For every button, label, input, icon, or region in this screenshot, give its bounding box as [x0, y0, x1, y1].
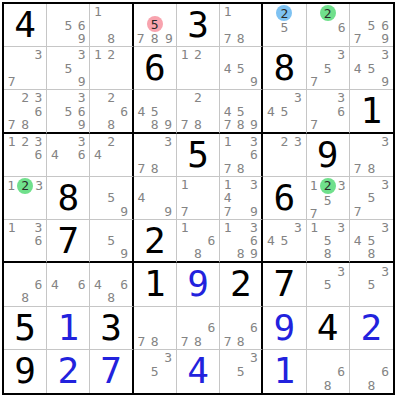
given-digit: 7: [263, 263, 305, 305]
candidate-9: 9: [163, 32, 175, 45]
cell-r7c2[interactable]: 46: [47, 263, 90, 306]
entered-digit: 2: [47, 350, 89, 393]
entered-digit: 1: [47, 307, 89, 349]
candidate-8: 8: [321, 378, 334, 392]
entered-digit: 9: [177, 263, 219, 305]
cell-r3c9[interactable]: 1: [350, 90, 393, 133]
candidate-grid: 136: [5, 221, 45, 260]
candidate-3: 3: [334, 91, 347, 104]
candidate-6: 6: [32, 105, 45, 118]
given-digit: 6: [263, 177, 305, 219]
entered-digit: 2: [350, 307, 393, 349]
cell-r2c7[interactable]: 8: [263, 47, 306, 90]
candidate-grid: 5679: [351, 5, 392, 45]
candidate-5: 5: [148, 105, 161, 118]
candidate-2: 2: [320, 5, 336, 21]
candidate-7: 7: [178, 334, 191, 347]
candidate-8: 8: [234, 32, 247, 45]
candidate-grid: 59: [91, 178, 130, 218]
candidate-4: 4: [264, 234, 277, 247]
candidate-grid: 24: [91, 135, 130, 175]
candidate-3: 3: [378, 48, 392, 61]
candidate-5: 5: [105, 234, 118, 247]
given-digit: 5: [4, 307, 46, 349]
candidate-6: 6: [247, 321, 260, 334]
highlighted-candidate-2: 2: [276, 5, 292, 21]
candidate-3: 3: [75, 48, 88, 61]
candidate-3: 3: [32, 91, 45, 104]
candidate-8: 8: [148, 161, 161, 174]
candidate-6: 6: [32, 234, 45, 247]
given-digit: 1: [350, 90, 393, 131]
candidate-1: 1: [308, 178, 320, 194]
candidate-9: 9: [378, 32, 392, 45]
candidate-grid: 1358: [308, 221, 348, 260]
candidate-9: 9: [118, 247, 131, 260]
candidate-grid: 168: [178, 221, 218, 260]
candidate-grid: 123: [5, 178, 45, 218]
candidate-7: 7: [5, 75, 18, 88]
candidate-2: 2: [276, 5, 292, 21]
cell-r7c8[interactable]: 35: [307, 263, 350, 306]
cell-r4c1[interactable]: 1236: [4, 134, 47, 177]
cell-r2c1[interactable]: 37: [4, 47, 47, 90]
candidate-7: 7: [135, 161, 148, 174]
candidate-7: 7: [308, 75, 321, 88]
highlighted-candidate-2: 2: [320, 178, 336, 194]
candidate-7: 7: [135, 32, 147, 45]
candidate-4: 4: [221, 62, 234, 75]
cell-r5c5[interactable]: 17: [177, 177, 220, 220]
cell-r5c7[interactable]: 6: [263, 177, 306, 220]
given-digit: 6: [134, 47, 176, 89]
candidate-1: 1: [221, 221, 234, 234]
given-digit: 4: [307, 307, 349, 349]
candidate-2: 2: [278, 135, 291, 148]
given-digit: 9: [4, 350, 46, 393]
cell-r5c3[interactable]: 59: [90, 177, 133, 220]
cell-r1c2[interactable]: 569: [47, 4, 90, 47]
candidate-9: 9: [247, 75, 260, 88]
candidate-grid: 1236: [5, 135, 45, 175]
candidate-grid: 13678: [221, 135, 260, 175]
candidate-5: 5: [276, 21, 292, 34]
candidate-9: 9: [118, 205, 131, 218]
candidate-7: 7: [178, 205, 191, 218]
candidate-5: 5: [234, 365, 247, 379]
candidate-3: 3: [378, 264, 392, 277]
candidate-grid: 45789: [221, 91, 260, 130]
cell-r9c7[interactable]: 1: [263, 350, 306, 393]
candidate-6: 6: [247, 234, 260, 247]
candidate-8: 8: [105, 32, 118, 45]
candidate-8: 8: [365, 247, 379, 260]
cell-r6c9[interactable]: 3458: [350, 220, 393, 263]
candidate-grid: 378: [135, 135, 175, 175]
cell-r4c5[interactable]: 5: [177, 134, 220, 177]
candidate-5: 5: [62, 105, 75, 118]
candidate-7: 7: [221, 205, 234, 218]
cell-r6c4[interactable]: 2: [134, 220, 177, 263]
candidate-2: 2: [105, 91, 118, 104]
given-digit: 8: [263, 47, 305, 89]
candidate-3: 3: [32, 48, 45, 61]
cell-r2c5[interactable]: 12: [177, 47, 220, 90]
candidate-6: 6: [75, 148, 88, 161]
entered-digit: 7: [90, 350, 131, 393]
cell-r8c5[interactable]: 678: [177, 307, 220, 350]
candidate-grid: 678: [221, 308, 260, 348]
candidate-grid: 35: [221, 351, 260, 392]
given-digit: 9: [307, 134, 349, 176]
candidate-6: 6: [334, 365, 347, 379]
candidate-3: 3: [32, 221, 45, 234]
cell-r3c1[interactable]: 23678: [4, 90, 47, 133]
highlighted-candidate-2: 2: [17, 178, 33, 194]
candidate-2: 2: [191, 48, 204, 61]
cell-r9c9[interactable]: 68: [350, 350, 393, 393]
cell-r4c9[interactable]: 378: [350, 134, 393, 177]
candidate-grid: 35: [135, 351, 175, 392]
candidate-1: 1: [5, 221, 18, 234]
candidate-4: 4: [351, 62, 365, 75]
candidate-3: 3: [75, 135, 88, 148]
candidate-5: 5: [62, 18, 75, 31]
candidate-grid: 3569: [48, 91, 88, 130]
candidate-8: 8: [147, 32, 163, 45]
candidate-3: 3: [334, 48, 347, 61]
candidate-grid: 13479: [221, 178, 260, 218]
cell-r5c4[interactable]: 49: [134, 177, 177, 220]
candidate-2: 2: [105, 48, 118, 61]
cell-r3c2[interactable]: 3569: [47, 90, 90, 133]
candidate-grid: 23678: [5, 91, 45, 130]
candidate-3: 3: [334, 264, 347, 277]
cell-r8c1[interactable]: 5: [4, 307, 47, 350]
cell-r5c9[interactable]: 357: [350, 177, 393, 220]
candidate-6: 6: [118, 105, 131, 118]
candidate-5: 5: [365, 191, 379, 204]
candidate-1: 1: [308, 221, 321, 234]
cell-r1c6[interactable]: 178: [220, 4, 263, 47]
candidate-5: 5: [321, 62, 334, 75]
candidate-8: 8: [191, 247, 204, 260]
candidate-3: 3: [32, 135, 45, 148]
candidate-4: 4: [135, 105, 148, 118]
candidate-8: 8: [105, 118, 118, 131]
cell-r9c1[interactable]: 9: [4, 350, 47, 393]
candidate-9: 9: [161, 205, 174, 218]
cell-r9c3[interactable]: 7: [90, 350, 133, 393]
candidate-6: 6: [75, 278, 88, 291]
candidate-4: 4: [221, 191, 234, 204]
candidate-9: 9: [378, 75, 392, 88]
cell-r3c7[interactable]: 345: [263, 90, 306, 133]
candidate-4: 4: [264, 105, 277, 118]
cell-r6c3[interactable]: 59: [90, 220, 133, 263]
candidate-1: 1: [5, 135, 18, 148]
cell-r5c8[interactable]: 12357: [307, 177, 350, 220]
candidate-3: 3: [378, 178, 392, 191]
cell-r1c4[interactable]: 5789: [134, 4, 177, 47]
candidate-5: 5: [278, 105, 291, 118]
candidate-grid: 68: [351, 351, 392, 392]
candidate-5: 5: [234, 105, 247, 118]
candidate-grid: 35: [351, 264, 392, 304]
candidate-grid: 3459: [351, 48, 392, 88]
candidate-8: 8: [148, 118, 161, 131]
candidate-grid: 4589: [135, 91, 175, 130]
candidate-7: 7: [351, 32, 365, 45]
cell-r1c3[interactable]: 18: [90, 4, 133, 47]
cell-r4c7[interactable]: 23: [263, 134, 306, 177]
cell-r9c4[interactable]: 35: [134, 350, 177, 393]
candidate-1: 1: [91, 5, 104, 18]
candidate-8: 8: [234, 118, 247, 131]
candidate-8: 8: [18, 291, 31, 304]
candidate-7: 7: [178, 118, 191, 131]
candidate-3: 3: [33, 178, 45, 194]
candidate-6: 6: [247, 148, 260, 161]
cell-r3c8[interactable]: 367: [307, 90, 350, 133]
candidate-8: 8: [148, 334, 161, 347]
candidate-4: 4: [48, 148, 61, 161]
candidate-1: 1: [221, 135, 234, 148]
given-digit: 3: [177, 4, 219, 46]
candidate-6: 6: [378, 18, 392, 31]
cell-r6c7[interactable]: 345: [263, 220, 306, 263]
cell-r3c4[interactable]: 4589: [134, 90, 177, 133]
candidate-6: 6: [75, 18, 88, 31]
given-digit: 2: [134, 220, 176, 261]
cell-r8c9[interactable]: 2: [350, 307, 393, 350]
candidate-5: 5: [278, 234, 291, 247]
candidate-grid: 68: [5, 264, 45, 304]
candidate-4: 4: [48, 278, 61, 291]
candidate-8: 8: [234, 161, 247, 174]
highlighted-candidate-2: 2: [320, 5, 336, 21]
candidate-grid: 37: [5, 48, 45, 88]
candidate-6: 6: [334, 105, 347, 118]
candidate-3: 3: [161, 135, 174, 148]
cell-r4c3[interactable]: 24: [90, 134, 133, 177]
candidate-7: 7: [221, 161, 234, 174]
candidate-4: 4: [221, 105, 234, 118]
candidate-grid: 26: [308, 5, 348, 45]
cell-r8c2[interactable]: 1: [47, 307, 90, 350]
candidate-grid: 278: [178, 91, 218, 130]
candidate-grid: 18: [91, 5, 130, 45]
cell-r9c2[interactable]: 2: [47, 350, 90, 393]
cell-r7c3[interactable]: 468: [90, 263, 133, 306]
candidate-grid: 35: [308, 264, 348, 304]
candidate-1: 1: [178, 48, 191, 61]
candidate-5: 5: [365, 18, 379, 31]
cell-r5c6[interactable]: 13479: [220, 177, 263, 220]
candidate-grid: 359: [48, 48, 88, 88]
candidate-5: 5: [365, 278, 379, 291]
cell-r8c7[interactable]: 9: [263, 307, 306, 350]
candidate-grid: 3458: [351, 221, 392, 260]
candidate-4: 4: [91, 278, 104, 291]
candidate-8: 8: [321, 247, 334, 260]
cell-r6c2[interactable]: 7: [47, 220, 90, 263]
candidate-grid: 378: [351, 135, 392, 175]
candidate-grid: 678: [178, 308, 218, 348]
cell-r2c2[interactable]: 359: [47, 47, 90, 90]
candidate-7: 7: [351, 205, 365, 218]
entered-digit: 4: [177, 350, 219, 393]
candidate-7: 7: [135, 334, 148, 347]
candidate-3: 3: [247, 221, 260, 234]
sudoku-board: 4569185789317825265679373591261245983573…: [2, 2, 395, 395]
cell-r7c9[interactable]: 35: [350, 263, 393, 306]
candidate-9: 9: [161, 118, 174, 131]
cell-r1c8[interactable]: 26: [307, 4, 350, 47]
cell-r9c5[interactable]: 4: [177, 350, 220, 393]
candidate-grid: 367: [308, 91, 348, 130]
candidate-grid: 346: [48, 135, 88, 175]
candidate-5: 5: [147, 16, 163, 32]
candidate-2: 2: [18, 135, 31, 148]
cell-r2c6[interactable]: 459: [220, 47, 263, 90]
cell-r4c6[interactable]: 13678: [220, 134, 263, 177]
cell-r1c5[interactable]: 3: [177, 4, 220, 47]
candidate-grid: 59: [91, 221, 130, 260]
cell-r1c7[interactable]: 25: [263, 4, 306, 47]
cell-r8c6[interactable]: 678: [220, 307, 263, 350]
candidate-5: 5: [105, 191, 118, 204]
candidate-4: 4: [135, 191, 148, 204]
candidate-9: 9: [247, 247, 260, 260]
entered-digit: 9: [263, 307, 305, 349]
candidate-grid: 12: [91, 48, 130, 88]
cell-r2c9[interactable]: 3459: [350, 47, 393, 90]
cell-r5c2[interactable]: 8: [47, 177, 90, 220]
candidate-3: 3: [247, 351, 260, 365]
candidate-2: 2: [18, 91, 31, 104]
cell-r6c1[interactable]: 136: [4, 220, 47, 263]
cell-r5c1[interactable]: 123: [4, 177, 47, 220]
candidate-5: 5: [148, 365, 161, 379]
cell-r6c6[interactable]: 13689: [220, 220, 263, 263]
candidate-3: 3: [247, 178, 260, 191]
candidate-6: 6: [118, 278, 131, 291]
candidate-4: 4: [351, 234, 365, 247]
candidate-grid: 17: [178, 178, 218, 218]
cell-r4c8[interactable]: 9: [307, 134, 350, 177]
candidate-2: 2: [320, 178, 336, 194]
cell-r9c8[interactable]: 68: [307, 350, 350, 393]
given-digit: 7: [47, 220, 89, 261]
candidate-1: 1: [221, 5, 234, 18]
candidate-grid: 68: [308, 351, 348, 392]
cell-r8c8[interactable]: 4: [307, 307, 350, 350]
candidate-1: 1: [5, 178, 17, 194]
candidate-6: 6: [32, 278, 45, 291]
cell-r7c5[interactable]: 9: [177, 263, 220, 306]
cell-r8c4[interactable]: 78: [134, 307, 177, 350]
candidate-8: 8: [365, 378, 379, 392]
cell-r6c8[interactable]: 1358: [307, 220, 350, 263]
candidate-6: 6: [336, 21, 348, 34]
cell-r7c7[interactable]: 7: [263, 263, 306, 306]
candidate-8: 8: [365, 161, 379, 174]
candidate-8: 8: [18, 118, 31, 131]
cell-r3c6[interactable]: 45789: [220, 90, 263, 133]
candidate-7: 7: [308, 118, 321, 131]
cell-r2c4[interactable]: 6: [134, 47, 177, 90]
candidate-6: 6: [205, 321, 218, 334]
given-digit: 1: [134, 263, 176, 305]
candidate-grid: 25: [264, 5, 304, 45]
candidate-grid: 12: [178, 48, 218, 88]
candidate-3: 3: [378, 221, 392, 234]
cell-r2c8[interactable]: 357: [307, 47, 350, 90]
candidate-7: 7: [221, 118, 234, 131]
candidate-7: 7: [308, 207, 320, 220]
cell-r4c4[interactable]: 378: [134, 134, 177, 177]
candidate-1: 1: [221, 178, 234, 191]
highlighted-candidate-5: 5: [147, 16, 163, 32]
cell-r7c6[interactable]: 2: [220, 263, 263, 306]
cell-r7c1[interactable]: 68: [4, 263, 47, 306]
candidate-grid: 268: [91, 91, 130, 130]
candidate-3: 3: [336, 178, 348, 194]
candidate-5: 5: [321, 234, 334, 247]
candidate-grid: 78: [135, 308, 175, 348]
cell-r8c3[interactable]: 3: [90, 307, 133, 350]
cell-r3c5[interactable]: 278: [177, 90, 220, 133]
candidate-5: 5: [234, 62, 247, 75]
candidate-7: 7: [221, 334, 234, 347]
given-digit: 8: [47, 177, 89, 219]
candidate-grid: 5789: [135, 5, 175, 45]
cell-r4c2[interactable]: 346: [47, 134, 90, 177]
candidate-6: 6: [32, 148, 45, 161]
candidate-8: 8: [234, 247, 247, 260]
candidate-grid: 357: [308, 48, 348, 88]
candidate-5: 5: [320, 194, 336, 207]
candidate-3: 3: [247, 135, 260, 148]
candidate-7: 7: [5, 118, 18, 131]
cell-r2c3[interactable]: 12: [90, 47, 133, 90]
candidate-2: 2: [17, 178, 33, 194]
cell-r6c5[interactable]: 168: [177, 220, 220, 263]
cell-r9c6[interactable]: 35: [220, 350, 263, 393]
cell-r1c9[interactable]: 5679: [350, 4, 393, 47]
candidate-grid: 12357: [308, 178, 348, 218]
candidate-1: 1: [178, 221, 191, 234]
candidate-7: 7: [221, 32, 234, 45]
candidate-3: 3: [161, 351, 174, 365]
candidate-5: 5: [365, 62, 379, 75]
candidate-grid: 345: [264, 221, 304, 260]
cell-r3c3[interactable]: 268: [90, 90, 133, 133]
cell-r1c1[interactable]: 4: [4, 4, 47, 47]
candidate-4: 4: [91, 148, 104, 161]
candidate-9: 9: [75, 75, 88, 88]
candidate-8: 8: [105, 291, 118, 304]
candidate-3: 3: [291, 135, 304, 148]
candidate-grid: 345: [264, 91, 304, 130]
candidate-grid: 46: [48, 264, 88, 304]
candidate-3: 3: [334, 221, 347, 234]
candidate-8: 8: [191, 118, 204, 131]
given-digit: 3: [90, 307, 131, 349]
cell-r7c4[interactable]: 1: [134, 263, 177, 306]
candidate-5: 5: [62, 62, 75, 75]
